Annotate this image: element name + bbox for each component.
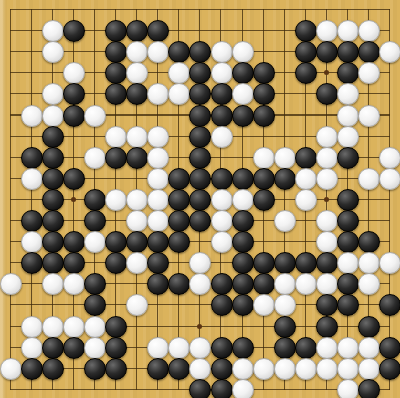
white-stone[interactable] [147,168,169,190]
white-stone[interactable] [316,337,338,359]
black-stone[interactable] [337,231,359,253]
white-stone[interactable] [211,189,233,211]
white-stone[interactable] [168,337,190,359]
white-stone[interactable] [189,358,211,380]
black-stone[interactable] [42,168,64,190]
white-stone[interactable] [84,147,106,169]
white-stone[interactable] [232,358,254,380]
black-stone[interactable] [63,168,85,190]
black-stone[interactable] [295,252,317,274]
white-stone[interactable] [337,337,359,359]
white-stone[interactable] [84,337,106,359]
black-stone[interactable] [253,252,275,274]
white-stone[interactable] [295,168,317,190]
white-stone[interactable] [379,147,400,169]
black-stone[interactable] [295,337,317,359]
star-point [197,324,202,329]
black-stone[interactable] [316,316,338,338]
black-stone[interactable] [189,126,211,148]
black-stone[interactable] [189,147,211,169]
black-stone[interactable] [316,41,338,63]
star-point [324,197,329,202]
white-stone[interactable] [358,358,380,380]
white-stone[interactable] [189,337,211,359]
white-stone[interactable] [21,337,43,359]
white-stone[interactable] [84,316,106,338]
black-stone[interactable] [21,358,43,380]
black-stone[interactable] [232,294,254,316]
white-stone[interactable] [316,126,338,148]
white-stone[interactable] [274,273,296,295]
black-stone[interactable] [42,147,64,169]
white-stone[interactable] [232,379,254,398]
black-stone[interactable] [42,337,64,359]
black-stone[interactable] [189,105,211,127]
white-stone[interactable] [316,20,338,42]
white-stone[interactable] [232,189,254,211]
white-stone[interactable] [253,358,275,380]
black-stone[interactable] [274,316,296,338]
black-stone[interactable] [295,20,317,42]
white-stone[interactable] [211,41,233,63]
white-stone[interactable] [126,126,148,148]
white-stone[interactable] [337,20,359,42]
black-stone[interactable] [232,337,254,359]
white-stone[interactable] [337,252,359,274]
black-stone[interactable] [211,379,233,398]
black-stone[interactable] [211,358,233,380]
white-stone[interactable] [379,41,400,63]
white-stone[interactable] [358,105,380,127]
black-stone[interactable] [295,41,317,63]
white-stone[interactable] [358,252,380,274]
white-stone[interactable] [0,358,22,380]
white-stone[interactable] [316,231,338,253]
white-stone[interactable] [211,210,233,232]
black-stone[interactable] [42,358,64,380]
white-stone[interactable] [358,20,380,42]
white-stone[interactable] [337,105,359,127]
white-stone[interactable] [274,210,296,232]
white-stone[interactable] [337,358,359,380]
black-stone[interactable] [63,337,85,359]
white-stone[interactable] [337,126,359,148]
black-stone[interactable] [211,105,233,127]
black-stone[interactable] [232,231,254,253]
black-stone[interactable] [211,337,233,359]
black-stone[interactable] [211,273,233,295]
white-stone[interactable] [316,168,338,190]
black-stone[interactable] [358,379,380,398]
black-stone[interactable] [316,294,338,316]
black-stone[interactable] [358,41,380,63]
white-stone[interactable] [105,126,127,148]
black-stone[interactable] [232,252,254,274]
black-stone[interactable] [379,294,400,316]
white-stone[interactable] [211,126,233,148]
white-stone[interactable] [147,147,169,169]
white-stone[interactable] [379,252,400,274]
black-stone[interactable] [63,105,85,127]
white-stone[interactable] [316,273,338,295]
white-stone[interactable] [295,189,317,211]
black-stone[interactable] [168,358,190,380]
black-stone[interactable] [337,41,359,63]
black-stone[interactable] [189,379,211,398]
black-stone[interactable] [21,210,43,232]
white-stone[interactable] [358,62,380,84]
black-stone[interactable] [42,189,64,211]
white-stone[interactable] [211,231,233,253]
white-stone[interactable] [42,316,64,338]
black-stone[interactable] [84,189,106,211]
black-stone[interactable] [337,62,359,84]
black-stone[interactable] [337,189,359,211]
white-stone[interactable] [21,105,43,127]
white-stone[interactable] [379,168,400,190]
white-stone[interactable] [358,168,380,190]
black-stone[interactable] [232,210,254,232]
white-stone[interactable] [21,316,43,338]
white-stone[interactable] [316,210,338,232]
white-stone[interactable] [274,147,296,169]
black-stone[interactable] [358,316,380,338]
black-stone[interactable] [232,273,254,295]
black-stone[interactable] [21,147,43,169]
black-stone[interactable] [105,316,127,338]
white-stone[interactable] [253,294,275,316]
black-stone[interactable] [147,358,169,380]
black-stone[interactable] [126,147,148,169]
white-stone[interactable] [147,337,169,359]
black-stone[interactable] [42,126,64,148]
goban [0,0,400,398]
white-stone[interactable] [84,105,106,127]
white-stone[interactable] [232,83,254,105]
black-stone[interactable] [105,147,127,169]
black-stone[interactable] [253,62,275,84]
white-stone[interactable] [295,358,317,380]
black-stone[interactable] [105,337,127,359]
white-stone[interactable] [147,126,169,148]
white-stone[interactable] [295,273,317,295]
white-stone[interactable] [42,105,64,127]
black-stone[interactable] [274,252,296,274]
black-stone[interactable] [316,83,338,105]
go-board-screenshot [0,0,400,398]
star-point [71,197,76,202]
white-stone[interactable] [253,147,275,169]
black-stone[interactable] [295,62,317,84]
black-stone[interactable] [211,168,233,190]
black-stone[interactable] [232,105,254,127]
black-stone[interactable] [105,358,127,380]
black-stone[interactable] [295,147,317,169]
white-stone[interactable] [316,358,338,380]
black-stone[interactable] [316,252,338,274]
white-stone[interactable] [274,294,296,316]
black-stone[interactable] [211,294,233,316]
white-stone[interactable] [63,316,85,338]
white-stone[interactable] [21,168,43,190]
black-stone[interactable] [274,168,296,190]
black-stone[interactable] [253,189,275,211]
white-stone[interactable] [21,231,43,253]
white-stone[interactable] [105,189,127,211]
black-stone[interactable] [337,273,359,295]
black-stone[interactable] [274,337,296,359]
black-stone[interactable] [337,210,359,232]
white-stone[interactable] [274,358,296,380]
white-stone[interactable] [358,273,380,295]
black-stone[interactable] [337,147,359,169]
black-stone[interactable] [84,358,106,380]
white-stone[interactable] [337,379,359,398]
black-stone[interactable] [253,105,275,127]
white-stone[interactable] [316,147,338,169]
star-point [324,70,329,75]
white-stone[interactable] [232,41,254,63]
black-stone[interactable] [232,168,254,190]
white-stone[interactable] [211,62,233,84]
black-stone[interactable] [379,358,400,380]
black-stone[interactable] [358,231,380,253]
black-stone[interactable] [232,62,254,84]
white-stone[interactable] [358,337,380,359]
black-stone[interactable] [42,210,64,232]
black-stone[interactable] [253,168,275,190]
black-stone[interactable] [211,83,233,105]
black-stone[interactable] [253,83,275,105]
black-stone[interactable] [379,337,400,359]
black-stone[interactable] [253,273,275,295]
